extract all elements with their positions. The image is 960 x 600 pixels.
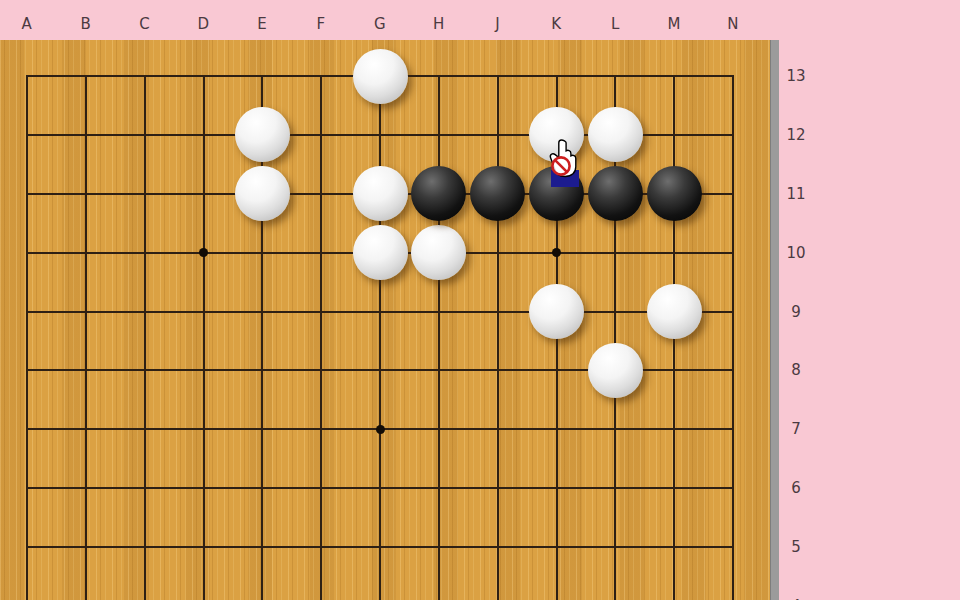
grid-line-v-D	[203, 76, 205, 600]
column-label-B: B	[80, 15, 91, 33]
row-label-5: 5	[791, 538, 801, 556]
column-label-G: G	[374, 15, 386, 33]
grid-line-v-H	[438, 76, 440, 600]
stone-black-L11	[588, 166, 643, 221]
stone-white-L12	[588, 107, 643, 162]
row-label-6: 6	[791, 479, 801, 497]
row-label-12: 12	[786, 126, 805, 144]
column-label-M: M	[667, 15, 680, 33]
grid-line-v-J	[497, 76, 499, 600]
column-label-H: H	[433, 15, 445, 33]
grid-line-h-9	[26, 311, 734, 313]
stone-white-L8	[588, 343, 643, 398]
stone-white-E11	[235, 166, 290, 221]
column-label-D: D	[197, 15, 209, 33]
row-label-13: 13	[786, 67, 805, 85]
row-label-8: 8	[791, 361, 801, 379]
stone-white-G10	[353, 225, 408, 280]
column-label-N: N	[727, 15, 739, 33]
cursor-hand-prohibited-icon	[541, 137, 585, 191]
grid-line-v-B	[85, 76, 87, 600]
stone-white-M9	[647, 284, 702, 339]
stone-black-M11	[647, 166, 702, 221]
row-label-10: 10	[786, 244, 805, 262]
board-right-shadow	[770, 40, 779, 600]
grid-line-v-C	[144, 76, 146, 600]
row-label-9: 9	[791, 303, 801, 321]
grid-line-h-5	[26, 546, 734, 548]
column-label-E: E	[257, 15, 267, 33]
column-label-K: K	[551, 15, 561, 33]
stone-white-E12	[235, 107, 290, 162]
grid-line-v-G	[379, 76, 381, 600]
grid-line-v-A	[26, 76, 28, 600]
grid-line-h-6	[26, 487, 734, 489]
column-label-C: C	[139, 15, 150, 33]
column-label-L: L	[611, 15, 620, 33]
go-app-window: ABCDEFGHJKLMN 13121110987654	[0, 0, 960, 600]
row-label-11: 11	[786, 185, 805, 203]
row-label-7: 7	[791, 420, 801, 438]
column-label-F: F	[317, 15, 326, 33]
grid-line-v-N	[732, 76, 734, 600]
stone-white-K9	[529, 284, 584, 339]
column-label-J: J	[495, 15, 500, 33]
grid-line-v-F	[320, 76, 322, 600]
star-point-G7	[376, 425, 385, 434]
stone-white-G13	[353, 49, 408, 104]
stone-white-G11	[353, 166, 408, 221]
column-label-A: A	[22, 15, 33, 33]
